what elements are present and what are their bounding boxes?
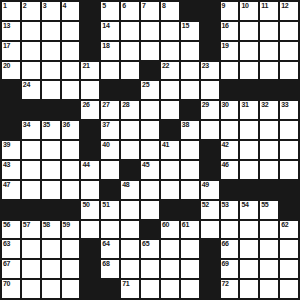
block-cell-r9c13	[260, 181, 278, 199]
grid-cell-r14c2[interactable]	[42, 280, 60, 298]
block-cell-r7c4	[81, 141, 99, 159]
grid-cell-r12c8[interactable]	[161, 240, 179, 258]
clue-number-44: 44	[82, 161, 89, 169]
grid-cell-r6c6[interactable]	[121, 121, 139, 139]
grid-cell-r11c1[interactable]: 57	[22, 221, 40, 239]
block-cell-r0c9	[181, 2, 199, 20]
clue-number-63: 63	[3, 240, 10, 248]
grid-cell-r6c10[interactable]	[201, 121, 219, 139]
grid-cell-r11c12[interactable]	[240, 221, 258, 239]
block-cell-r7c10	[201, 141, 219, 159]
grid-cell-r1c6[interactable]	[121, 22, 139, 40]
grid-cell-r3c14[interactable]	[280, 62, 298, 80]
grid-cell-r7c6[interactable]	[121, 141, 139, 159]
grid-cell-r5c14[interactable]: 33	[280, 101, 298, 119]
grid-cell-r10c5[interactable]: 51	[101, 201, 119, 219]
clue-number-30: 30	[222, 101, 229, 109]
clue-number-60: 60	[162, 221, 169, 229]
grid-cell-r13c12[interactable]	[240, 260, 258, 278]
grid-cell-r0c5[interactable]: 5	[101, 2, 119, 20]
grid-cell-r12c12[interactable]	[240, 240, 258, 258]
grid-cell-r14c12[interactable]	[240, 280, 258, 298]
grid-cell-r14c8[interactable]	[161, 280, 179, 298]
block-cell-r4c12	[240, 81, 258, 99]
clue-number-20: 20	[3, 62, 10, 70]
grid-cell-r9c7[interactable]	[141, 181, 159, 199]
grid-cell-r7c11[interactable]: 42	[221, 141, 239, 159]
grid-cell-r7c14[interactable]	[280, 141, 298, 159]
grid-cell-r3c0[interactable]: 20	[2, 62, 20, 80]
block-cell-r8c10	[201, 161, 219, 179]
clue-number-50: 50	[82, 201, 89, 209]
clue-number-26: 26	[82, 101, 89, 109]
grid-cell-r1c2[interactable]	[42, 22, 60, 40]
crossword-board: 1234567891011121314151617181920212223242…	[0, 0, 300, 300]
grid-cell-r3c8[interactable]: 22	[161, 62, 179, 80]
grid-cell-r11c0[interactable]: 56	[2, 221, 20, 239]
grid-cell-r7c0[interactable]: 39	[2, 141, 20, 159]
grid-cell-r6c3[interactable]: 36	[62, 121, 80, 139]
clue-number-10: 10	[241, 2, 248, 10]
grid-cell-r13c14[interactable]	[280, 260, 298, 278]
grid-cell-r2c12[interactable]	[240, 42, 258, 60]
block-cell-r12c4	[81, 240, 99, 258]
block-cell-r2c4	[81, 42, 99, 60]
grid-cell-r5c12[interactable]: 31	[240, 101, 258, 119]
grid-cell-r5c11[interactable]: 30	[221, 101, 239, 119]
grid-cell-r12c6[interactable]	[121, 240, 139, 258]
grid-cell-r6c12[interactable]	[240, 121, 258, 139]
grid-cell-r9c6[interactable]: 48	[121, 181, 139, 199]
grid-cell-r12c5[interactable]: 64	[101, 240, 119, 258]
clue-number-24: 24	[23, 81, 30, 89]
clue-number-25: 25	[142, 81, 149, 89]
clue-number-12: 12	[281, 2, 288, 10]
block-cell-r3c7	[141, 62, 159, 80]
clue-number-53: 53	[222, 201, 229, 209]
grid-cell-r2c6[interactable]	[121, 42, 139, 60]
clue-number-1: 1	[3, 2, 7, 10]
grid-cell-r0c2[interactable]: 3	[42, 2, 60, 20]
block-cell-r5c0	[2, 101, 20, 119]
grid-cell-r14c9[interactable]	[181, 280, 199, 298]
grid-cell-r11c11[interactable]	[221, 221, 239, 239]
grid-cell-r3c11[interactable]	[221, 62, 239, 80]
grid-cell-r4c7[interactable]: 25	[141, 81, 159, 99]
block-cell-r4c0	[2, 81, 20, 99]
grid-cell-r13c2[interactable]	[42, 260, 60, 278]
clue-number-7: 7	[142, 2, 146, 10]
clue-number-64: 64	[102, 240, 109, 248]
grid-cell-r14c7[interactable]	[141, 280, 159, 298]
clue-number-2: 2	[23, 2, 27, 10]
clue-number-33: 33	[281, 101, 288, 109]
grid-cell-r2c2[interactable]	[42, 42, 60, 60]
grid-cell-r11c10[interactable]	[201, 221, 219, 239]
grid-cell-r8c3[interactable]	[62, 161, 80, 179]
grid-cell-r6c11[interactable]	[221, 121, 239, 139]
grid-cell-r11c3[interactable]: 59	[62, 221, 80, 239]
clue-number-11: 11	[261, 2, 268, 10]
clue-number-61: 61	[182, 221, 189, 229]
clue-number-40: 40	[102, 141, 109, 149]
grid-cell-r7c3[interactable]	[62, 141, 80, 159]
grid-cell-r13c7[interactable]	[141, 260, 159, 278]
grid-cell-r5c4[interactable]: 26	[81, 101, 99, 119]
clue-number-59: 59	[63, 221, 70, 229]
grid-cell-r10c13[interactable]: 55	[260, 201, 278, 219]
clue-number-38: 38	[182, 121, 189, 129]
grid-cell-r11c14[interactable]: 62	[280, 221, 298, 239]
clue-number-15: 15	[182, 22, 189, 30]
block-cell-r4c13	[260, 81, 278, 99]
grid-cell-r9c9[interactable]	[181, 181, 199, 199]
grid-cell-r8c2[interactable]	[42, 161, 60, 179]
grid-cell-r1c8[interactable]	[161, 22, 179, 40]
block-cell-r11c7	[141, 221, 159, 239]
clue-number-54: 54	[241, 201, 248, 209]
grid-cell-r14c0[interactable]: 70	[2, 280, 20, 298]
grid-cell-r13c9[interactable]	[181, 260, 199, 278]
block-cell-r4c14	[280, 81, 298, 99]
grid-cell-r10c12[interactable]: 54	[240, 201, 258, 219]
grid-cell-r12c9[interactable]	[181, 240, 199, 258]
grid-cell-r3c13[interactable]	[260, 62, 278, 80]
block-cell-r13c4	[81, 260, 99, 278]
clue-number-47: 47	[3, 181, 10, 189]
grid-cell-r5c6[interactable]: 28	[121, 101, 139, 119]
clue-number-31: 31	[241, 101, 248, 109]
grid-cell-r12c14[interactable]	[280, 240, 298, 258]
block-cell-r10c2	[42, 201, 60, 219]
block-cell-r9c5	[101, 181, 119, 199]
grid-cell-r7c13[interactable]	[260, 141, 278, 159]
clue-number-18: 18	[102, 42, 109, 50]
grid-cell-r1c7[interactable]	[141, 22, 159, 40]
clue-number-39: 39	[3, 141, 10, 149]
grid-cell-r8c8[interactable]	[161, 161, 179, 179]
block-cell-r1c10	[201, 22, 219, 40]
grid-cell-r8c0[interactable]: 43	[2, 161, 20, 179]
clue-number-58: 58	[43, 221, 50, 229]
grid-cell-r2c1[interactable]	[22, 42, 40, 60]
grid-cell-r1c11[interactable]: 16	[221, 22, 239, 40]
clue-number-13: 13	[3, 22, 10, 30]
grid-cell-r6c9[interactable]: 38	[181, 121, 199, 139]
grid-cell-r13c11[interactable]: 69	[221, 260, 239, 278]
block-cell-r0c10	[201, 2, 219, 20]
grid-cell-r2c8[interactable]	[161, 42, 179, 60]
grid-cell-r6c5[interactable]: 37	[101, 121, 119, 139]
clue-number-9: 9	[222, 2, 226, 10]
block-cell-r9c12	[240, 181, 258, 199]
grid-cell-r9c2[interactable]	[42, 181, 60, 199]
clue-number-62: 62	[281, 221, 288, 229]
grid-cell-r7c12[interactable]	[240, 141, 258, 159]
block-cell-r4c6	[121, 81, 139, 99]
grid-cell-r2c7[interactable]	[141, 42, 159, 60]
grid-cell-r0c11[interactable]: 9	[221, 2, 239, 20]
grid-cell-r2c11[interactable]: 19	[221, 42, 239, 60]
grid-cell-r8c12[interactable]	[240, 161, 258, 179]
block-cell-r5c2	[42, 101, 60, 119]
grid-cell-r5c5[interactable]: 27	[101, 101, 119, 119]
clue-number-19: 19	[222, 42, 229, 50]
grid-cell-r12c11[interactable]: 66	[221, 240, 239, 258]
clue-number-14: 14	[102, 22, 109, 30]
clue-number-36: 36	[63, 121, 70, 129]
clue-number-22: 22	[162, 62, 169, 70]
grid-cell-r2c9[interactable]	[181, 42, 199, 60]
grid-cell-r5c10[interactable]: 29	[201, 101, 219, 119]
grid-cell-r7c9[interactable]	[181, 141, 199, 159]
block-cell-r9c11	[221, 181, 239, 199]
grid-cell-r0c7[interactable]: 7	[141, 2, 159, 20]
grid-cell-r11c13[interactable]	[260, 221, 278, 239]
block-cell-r14c5	[101, 280, 119, 298]
block-cell-r10c3	[62, 201, 80, 219]
grid-cell-r12c3[interactable]	[62, 240, 80, 258]
grid-cell-r3c9[interactable]	[181, 62, 199, 80]
grid-cell-r4c3[interactable]	[62, 81, 80, 99]
clue-number-49: 49	[202, 181, 209, 189]
grid-cell-r13c1[interactable]	[22, 260, 40, 278]
grid-cell-r12c2[interactable]	[42, 240, 60, 258]
grid-cell-r3c1[interactable]	[22, 62, 40, 80]
clue-number-56: 56	[3, 221, 10, 229]
grid-cell-r1c9[interactable]: 15	[181, 22, 199, 40]
grid-cell-r3c5[interactable]	[101, 62, 119, 80]
block-cell-r5c9	[181, 101, 199, 119]
grid-cell-r3c2[interactable]	[42, 62, 60, 80]
block-cell-r10c0	[2, 201, 20, 219]
grid-cell-r2c13[interactable]	[260, 42, 278, 60]
grid-cell-r1c14[interactable]	[280, 22, 298, 40]
grid-cell-r9c8[interactable]	[161, 181, 179, 199]
grid-cell-r0c8[interactable]: 8	[161, 2, 179, 20]
grid-cell-r3c3[interactable]	[62, 62, 80, 80]
grid-cell-r8c4[interactable]: 44	[81, 161, 99, 179]
grid-cell-r5c8[interactable]	[161, 101, 179, 119]
grid-cell-r11c2[interactable]: 58	[42, 221, 60, 239]
clue-number-17: 17	[3, 42, 10, 50]
clue-number-8: 8	[162, 2, 166, 10]
grid-cell-r13c3[interactable]	[62, 260, 80, 278]
grid-cell-r0c1[interactable]: 2	[22, 2, 40, 20]
block-cell-r2c10	[201, 42, 219, 60]
grid-cell-r7c7[interactable]	[141, 141, 159, 159]
grid-cell-r9c0[interactable]: 47	[2, 181, 20, 199]
grid-cell-r2c3[interactable]	[62, 42, 80, 60]
grid-cell-r11c9[interactable]: 61	[181, 221, 199, 239]
grid-cell-r5c13[interactable]: 32	[260, 101, 278, 119]
clue-number-16: 16	[222, 22, 229, 30]
grid-cell-r8c11[interactable]: 46	[221, 161, 239, 179]
block-cell-r14c4	[81, 280, 99, 298]
grid-cell-r8c7[interactable]: 45	[141, 161, 159, 179]
block-cell-r14c10	[201, 280, 219, 298]
grid-cell-r9c10[interactable]: 49	[201, 181, 219, 199]
grid-cell-r11c5[interactable]	[101, 221, 119, 239]
grid-cell-r12c13[interactable]	[260, 240, 278, 258]
grid-cell-r4c1[interactable]: 24	[22, 81, 40, 99]
grid-cell-r8c5[interactable]	[101, 161, 119, 179]
grid-cell-r0c14[interactable]: 12	[280, 2, 298, 20]
grid-cell-r1c5[interactable]: 14	[101, 22, 119, 40]
block-cell-r1c4	[81, 22, 99, 40]
clue-number-67: 67	[3, 260, 10, 268]
clue-number-46: 46	[222, 161, 229, 169]
grid-cell-r3c6[interactable]	[121, 62, 139, 80]
block-cell-r5c1	[22, 101, 40, 119]
clue-number-57: 57	[23, 221, 30, 229]
grid-cell-r9c3[interactable]	[62, 181, 80, 199]
crossword-grid: 1234567891011121314151617181920212223242…	[0, 0, 300, 300]
clue-number-21: 21	[82, 62, 89, 70]
clue-number-6: 6	[122, 2, 126, 10]
grid-cell-r10c6[interactable]	[121, 201, 139, 219]
grid-cell-r9c1[interactable]	[22, 181, 40, 199]
grid-cell-r8c13[interactable]	[260, 161, 278, 179]
block-cell-r0c4	[81, 2, 99, 20]
grid-cell-r4c2[interactable]	[42, 81, 60, 99]
block-cell-r10c1	[22, 201, 40, 219]
block-cell-r6c4	[81, 121, 99, 139]
grid-cell-r1c12[interactable]	[240, 22, 258, 40]
grid-cell-r3c10[interactable]: 23	[201, 62, 219, 80]
grid-cell-r8c1[interactable]	[22, 161, 40, 179]
clue-number-69: 69	[222, 260, 229, 268]
block-cell-r4c11	[221, 81, 239, 99]
grid-cell-r6c14[interactable]	[280, 121, 298, 139]
grid-cell-r2c14[interactable]	[280, 42, 298, 60]
clue-number-37: 37	[102, 121, 109, 129]
grid-cell-r3c12[interactable]	[240, 62, 258, 80]
grid-cell-r0c3[interactable]: 4	[62, 2, 80, 20]
block-cell-r4c5	[101, 81, 119, 99]
clue-number-35: 35	[43, 121, 50, 129]
clue-number-23: 23	[202, 62, 209, 70]
grid-cell-r8c14[interactable]	[280, 161, 298, 179]
grid-cell-r0c12[interactable]: 10	[240, 2, 258, 20]
block-cell-r6c8	[161, 121, 179, 139]
grid-cell-r9c4[interactable]	[81, 181, 99, 199]
grid-cell-r2c5[interactable]: 18	[101, 42, 119, 60]
clue-number-29: 29	[202, 101, 209, 109]
grid-cell-r6c1[interactable]: 34	[22, 121, 40, 139]
clue-number-34: 34	[23, 121, 30, 129]
grid-cell-r10c10[interactable]: 52	[201, 201, 219, 219]
grid-cell-r2c0[interactable]: 17	[2, 42, 20, 60]
clue-number-3: 3	[43, 2, 47, 10]
clue-number-28: 28	[122, 101, 129, 109]
clue-number-72: 72	[222, 280, 229, 288]
grid-cell-r8c9[interactable]	[181, 161, 199, 179]
clue-number-48: 48	[122, 181, 129, 189]
clue-number-42: 42	[222, 141, 229, 149]
grid-cell-r10c4[interactable]: 50	[81, 201, 99, 219]
clue-number-68: 68	[102, 260, 109, 268]
grid-cell-r7c1[interactable]	[22, 141, 40, 159]
grid-cell-r6c13[interactable]	[260, 121, 278, 139]
grid-cell-r7c5[interactable]: 40	[101, 141, 119, 159]
grid-cell-r1c1[interactable]	[22, 22, 40, 40]
grid-cell-r0c13[interactable]: 11	[260, 2, 278, 20]
grid-cell-r13c6[interactable]	[121, 260, 139, 278]
clue-number-71: 71	[122, 280, 129, 288]
block-cell-r9c14	[280, 181, 298, 199]
grid-cell-r11c4[interactable]	[81, 221, 99, 239]
block-cell-r10c9	[181, 201, 199, 219]
grid-cell-r10c11[interactable]: 53	[221, 201, 239, 219]
block-cell-r6c0	[2, 121, 20, 139]
grid-cell-r0c6[interactable]: 6	[121, 2, 139, 20]
clue-number-52: 52	[202, 201, 209, 209]
grid-cell-r4c4[interactable]	[81, 81, 99, 99]
clue-number-32: 32	[261, 101, 268, 109]
grid-cell-r14c3[interactable]	[62, 280, 80, 298]
clue-number-66: 66	[222, 240, 229, 248]
grid-cell-r5c7[interactable]	[141, 101, 159, 119]
clue-number-27: 27	[102, 101, 109, 109]
grid-cell-r13c8[interactable]	[161, 260, 179, 278]
grid-cell-r14c11[interactable]: 72	[221, 280, 239, 298]
clue-number-51: 51	[102, 201, 109, 209]
grid-cell-r7c8[interactable]: 41	[161, 141, 179, 159]
block-cell-r10c14	[280, 201, 298, 219]
grid-cell-r7c2[interactable]	[42, 141, 60, 159]
grid-cell-r0c0[interactable]: 1	[2, 2, 20, 20]
grid-cell-r13c13[interactable]	[260, 260, 278, 278]
block-cell-r10c8	[161, 201, 179, 219]
grid-cell-r13c5[interactable]: 68	[101, 260, 119, 278]
grid-cell-r12c7[interactable]: 65	[141, 240, 159, 258]
block-cell-r5c3	[62, 101, 80, 119]
block-cell-r13c10	[201, 260, 219, 278]
grid-cell-r14c6[interactable]: 71	[121, 280, 139, 298]
grid-cell-r14c13[interactable]	[260, 280, 278, 298]
grid-cell-r3c4[interactable]: 21	[81, 62, 99, 80]
grid-cell-r14c14[interactable]	[280, 280, 298, 298]
grid-cell-r13c0[interactable]: 67	[2, 260, 20, 278]
clue-number-41: 41	[162, 141, 169, 149]
grid-cell-r1c0[interactable]: 13	[2, 22, 20, 40]
grid-cell-r1c13[interactable]	[260, 22, 278, 40]
grid-cell-r6c2[interactable]: 35	[42, 121, 60, 139]
clue-number-65: 65	[142, 240, 149, 248]
grid-cell-r11c8[interactable]: 60	[161, 221, 179, 239]
grid-cell-r10c7[interactable]	[141, 201, 159, 219]
clue-number-70: 70	[3, 280, 10, 288]
grid-cell-r4c9[interactable]	[181, 81, 199, 99]
grid-cell-r6c7[interactable]	[141, 121, 159, 139]
grid-cell-r14c1[interactable]	[22, 280, 40, 298]
block-cell-r12c10	[201, 240, 219, 258]
clue-number-43: 43	[3, 161, 10, 169]
clue-number-4: 4	[63, 2, 67, 10]
grid-cell-r1c3[interactable]	[62, 22, 80, 40]
clue-number-5: 5	[102, 2, 106, 10]
block-cell-r8c6	[121, 161, 139, 179]
grid-cell-r4c8[interactable]	[161, 81, 179, 99]
grid-cell-r4c10[interactable]	[201, 81, 219, 99]
grid-cell-r11c6[interactable]	[121, 221, 139, 239]
grid-cell-r12c1[interactable]	[22, 240, 40, 258]
clue-number-45: 45	[142, 161, 149, 169]
grid-cell-r12c0[interactable]: 63	[2, 240, 20, 258]
clue-number-55: 55	[261, 201, 268, 209]
